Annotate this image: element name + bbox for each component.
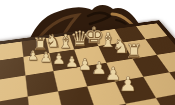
white-pawn-4: ♟ xyxy=(65,55,78,70)
white-pawn-8: ♟ xyxy=(119,74,137,94)
white-rook-kingside: ♜ xyxy=(125,42,142,61)
white-pawn-2: ♟ xyxy=(40,50,53,64)
product-photo: ♜♞♝♛♚♝♞♜♟♟♟♟♟♟♟♟ xyxy=(0,0,175,105)
white-pawn-3: ♟ xyxy=(52,52,65,67)
white-pawn-5: ♟ xyxy=(78,57,92,73)
pieces-layer: ♜♞♝♛♚♝♞♜♟♟♟♟♟♟♟♟ xyxy=(0,0,175,105)
white-pawn-1: ♟ xyxy=(27,49,39,62)
